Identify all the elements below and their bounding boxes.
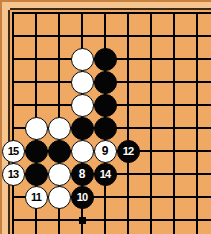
star-point <box>79 217 86 224</box>
move-number-label: 12 <box>123 146 134 157</box>
stone-white-move-13: 13 <box>2 163 25 186</box>
stone-white <box>71 71 94 94</box>
board-edge-bevel-left <box>0 0 10 234</box>
stone-white <box>25 117 48 140</box>
stone-white <box>71 140 94 163</box>
grid-line-vertical <box>127 12 129 234</box>
move-number-label: 13 <box>8 169 19 180</box>
stone-black <box>25 140 48 163</box>
grid-line-vertical <box>196 12 198 234</box>
grid-line-horizontal <box>12 35 211 37</box>
stone-black <box>48 140 71 163</box>
stone-white-move-9: 9 <box>94 140 117 163</box>
move-number-label: 14 <box>100 169 111 180</box>
stone-white-move-11: 11 <box>25 186 48 209</box>
stone-black <box>94 94 117 117</box>
stone-black-move-8: 8 <box>71 163 94 186</box>
stone-black <box>71 117 94 140</box>
move-number-label: 10 <box>77 192 88 203</box>
stone-black <box>25 163 48 186</box>
board-edge-bevel-corner <box>0 0 10 10</box>
move-number-label: 11 <box>31 192 41 203</box>
stone-black-move-10: 10 <box>71 186 94 209</box>
grid-line-horizontal <box>12 12 211 14</box>
stone-black-move-14: 14 <box>94 163 117 186</box>
stone-white <box>48 186 71 209</box>
stone-white <box>71 48 94 71</box>
grid-line-vertical <box>173 12 175 234</box>
grid-line-vertical <box>150 12 152 234</box>
stone-black <box>94 48 117 71</box>
stone-black <box>94 117 117 140</box>
move-number-label: 9 <box>102 145 109 157</box>
stone-black <box>94 71 117 94</box>
stone-white <box>48 117 71 140</box>
grid-line-vertical <box>12 12 14 234</box>
go-board: 15912138141110 <box>0 0 211 234</box>
stone-white-move-15: 15 <box>2 140 25 163</box>
stone-white <box>71 94 94 117</box>
board-edge-bevel-top <box>0 0 211 10</box>
grid-line-horizontal <box>12 219 211 221</box>
move-number-label: 8 <box>79 168 86 180</box>
stone-black-move-12: 12 <box>117 140 140 163</box>
stone-white <box>48 163 71 186</box>
move-number-label: 15 <box>8 146 19 157</box>
